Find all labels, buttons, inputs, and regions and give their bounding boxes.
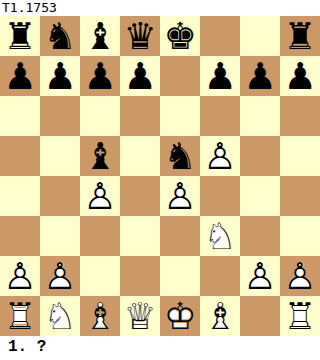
square-f4[interactable]	[200, 176, 240, 216]
square-h5[interactable]	[280, 136, 320, 176]
square-f6[interactable]	[200, 96, 240, 136]
move-prompt: 1. ?	[0, 336, 320, 360]
square-e7[interactable]	[160, 56, 200, 96]
square-c7[interactable]: ♟	[80, 56, 120, 96]
square-b7[interactable]: ♟	[40, 56, 80, 96]
square-c6[interactable]	[80, 96, 120, 136]
square-c3[interactable]	[80, 216, 120, 256]
black-bishop: ♝	[80, 136, 120, 176]
square-h6[interactable]	[280, 96, 320, 136]
square-d5[interactable]	[120, 136, 160, 176]
white-rook-fill: ♜	[0, 296, 40, 336]
square-d8[interactable]: ♛	[120, 16, 160, 56]
square-c2[interactable]	[80, 256, 120, 296]
black-pawn: ♟	[80, 56, 120, 96]
chess-puzzle-app: T1.1753 ♜♞♝♛♚♜♟♟♟♟♟♟♟♝♞♟♙♟♙♟♙♞♘♟♙♟♙♟♙♟♙♜…	[0, 0, 320, 360]
black-knight: ♞	[160, 136, 200, 176]
square-e1[interactable]: ♚♔	[160, 296, 200, 336]
square-c5[interactable]: ♝	[80, 136, 120, 176]
white-bishop: ♗	[80, 296, 120, 336]
square-h7[interactable]: ♟	[280, 56, 320, 96]
square-g1[interactable]	[240, 296, 280, 336]
white-bishop: ♗	[200, 296, 240, 336]
square-h3[interactable]	[280, 216, 320, 256]
white-pawn-fill: ♟	[280, 256, 320, 296]
square-e3[interactable]	[160, 216, 200, 256]
black-queen: ♛	[120, 16, 160, 56]
square-g3[interactable]	[240, 216, 280, 256]
white-king: ♔	[160, 296, 200, 336]
black-king: ♚	[160, 16, 200, 56]
square-g6[interactable]	[240, 96, 280, 136]
black-rook: ♜	[0, 16, 40, 56]
white-queen: ♕	[120, 296, 160, 336]
white-pawn-fill: ♟	[80, 176, 120, 216]
white-pawn-fill: ♟	[0, 256, 40, 296]
square-c1[interactable]: ♝♗	[80, 296, 120, 336]
square-g2[interactable]: ♟♙	[240, 256, 280, 296]
square-e2[interactable]	[160, 256, 200, 296]
square-f7[interactable]: ♟	[200, 56, 240, 96]
square-a3[interactable]	[0, 216, 40, 256]
white-pawn: ♙	[240, 256, 280, 296]
white-pawn-fill: ♟	[40, 256, 80, 296]
square-d2[interactable]	[120, 256, 160, 296]
white-pawn: ♙	[40, 256, 80, 296]
white-knight: ♘	[40, 296, 80, 336]
white-bishop-fill: ♝	[200, 296, 240, 336]
square-c4[interactable]: ♟♙	[80, 176, 120, 216]
white-pawn: ♙	[0, 256, 40, 296]
square-e4[interactable]: ♟♙	[160, 176, 200, 216]
white-queen-fill: ♛	[120, 296, 160, 336]
square-e5[interactable]: ♞	[160, 136, 200, 176]
puzzle-title: T1.1753	[0, 0, 320, 16]
square-b3[interactable]	[40, 216, 80, 256]
square-d3[interactable]	[120, 216, 160, 256]
black-bishop: ♝	[80, 16, 120, 56]
black-pawn: ♟	[120, 56, 160, 96]
square-a6[interactable]	[0, 96, 40, 136]
chess-board: ♜♞♝♛♚♜♟♟♟♟♟♟♟♝♞♟♙♟♙♟♙♞♘♟♙♟♙♟♙♟♙♜♖♞♘♝♗♛♕♚…	[0, 16, 320, 336]
white-pawn-fill: ♟	[160, 176, 200, 216]
black-pawn: ♟	[280, 56, 320, 96]
square-h4[interactable]	[280, 176, 320, 216]
square-b8[interactable]: ♞	[40, 16, 80, 56]
white-rook: ♖	[280, 296, 320, 336]
square-d7[interactable]: ♟	[120, 56, 160, 96]
square-b2[interactable]: ♟♙	[40, 256, 80, 296]
square-f1[interactable]: ♝♗	[200, 296, 240, 336]
square-a2[interactable]: ♟♙	[0, 256, 40, 296]
square-h1[interactable]: ♜♖	[280, 296, 320, 336]
square-a1[interactable]: ♜♖	[0, 296, 40, 336]
white-pawn: ♙	[160, 176, 200, 216]
square-g4[interactable]	[240, 176, 280, 216]
white-pawn-fill: ♟	[200, 136, 240, 176]
square-b6[interactable]	[40, 96, 80, 136]
black-pawn: ♟	[240, 56, 280, 96]
square-b4[interactable]	[40, 176, 80, 216]
square-e6[interactable]	[160, 96, 200, 136]
black-pawn: ♟	[0, 56, 40, 96]
white-pawn: ♙	[80, 176, 120, 216]
square-e8[interactable]: ♚	[160, 16, 200, 56]
white-bishop-fill: ♝	[80, 296, 120, 336]
white-pawn: ♙	[200, 136, 240, 176]
square-h2[interactable]: ♟♙	[280, 256, 320, 296]
white-knight-fill: ♞	[200, 216, 240, 256]
square-f3[interactable]: ♞♘	[200, 216, 240, 256]
square-g5[interactable]	[240, 136, 280, 176]
square-b1[interactable]: ♞♘	[40, 296, 80, 336]
white-rook-fill: ♜	[280, 296, 320, 336]
square-a7[interactable]: ♟	[0, 56, 40, 96]
white-pawn: ♙	[280, 256, 320, 296]
square-d4[interactable]	[120, 176, 160, 216]
square-g7[interactable]: ♟	[240, 56, 280, 96]
square-b5[interactable]	[40, 136, 80, 176]
black-rook: ♜	[280, 16, 320, 56]
square-f5[interactable]: ♟♙	[200, 136, 240, 176]
square-a4[interactable]	[0, 176, 40, 216]
white-knight-fill: ♞	[40, 296, 80, 336]
square-d1[interactable]: ♛♕	[120, 296, 160, 336]
white-rook: ♖	[0, 296, 40, 336]
white-king-fill: ♚	[160, 296, 200, 336]
square-a5[interactable]	[0, 136, 40, 176]
square-d6[interactable]	[120, 96, 160, 136]
square-c8[interactable]: ♝	[80, 16, 120, 56]
black-pawn: ♟	[40, 56, 80, 96]
square-h8[interactable]: ♜	[280, 16, 320, 56]
black-pawn: ♟	[200, 56, 240, 96]
square-f2[interactable]	[200, 256, 240, 296]
square-g8[interactable]	[240, 16, 280, 56]
white-knight: ♘	[200, 216, 240, 256]
square-f8[interactable]	[200, 16, 240, 56]
square-a8[interactable]: ♜	[0, 16, 40, 56]
black-knight: ♞	[40, 16, 80, 56]
white-pawn-fill: ♟	[240, 256, 280, 296]
